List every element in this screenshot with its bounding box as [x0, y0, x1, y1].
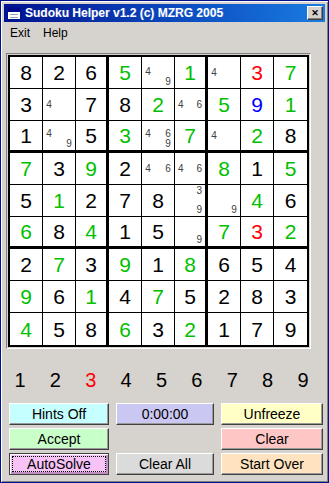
cell-r9c5[interactable]: 3	[142, 313, 175, 345]
cell-value: 6	[10, 217, 42, 246]
cell-r1c2[interactable]: 2	[43, 57, 76, 89]
cell-value: 7	[274, 57, 307, 88]
cell-value: 5	[241, 249, 273, 280]
titlebar: Sudoku Helper v1.2 (c) MZRG 2005 ✕	[4, 4, 325, 22]
cell-value: 6	[109, 313, 141, 345]
cell-r7c7[interactable]: 6	[208, 249, 241, 281]
cell-r4c3[interactable]: 9	[76, 153, 109, 185]
cell-value: 2	[76, 185, 106, 216]
cell-r4c8[interactable]: 1	[241, 153, 274, 185]
digit-selector-2[interactable]: 2	[44, 369, 66, 392]
cell-value: 1	[109, 217, 141, 246]
cell-r8c1[interactable]: 9	[10, 281, 43, 313]
cell-r1c6[interactable]: 1	[175, 57, 208, 89]
cell-r7c5[interactable]: 1	[142, 249, 175, 281]
cell-r8c7[interactable]: 2	[208, 281, 241, 313]
cell-value: 3	[241, 217, 273, 246]
cell-r2c1[interactable]: 3	[10, 89, 43, 121]
cell-r3c9[interactable]: 8	[274, 121, 307, 153]
menu-item-help[interactable]: Help	[38, 24, 76, 42]
autosolve-button[interactable]: AutoSolve	[9, 453, 109, 475]
cell-value: 7	[241, 313, 273, 345]
pencil-mark-4: 4	[143, 164, 153, 174]
start-over-button[interactable]: Start Over	[221, 453, 323, 475]
cell-value: 1	[208, 313, 240, 345]
cell-value: 5	[109, 57, 141, 88]
cell-r9c3[interactable]: 8	[76, 313, 109, 345]
cell-value: 2	[175, 313, 205, 345]
cell-r4c5[interactable]: 46	[142, 153, 175, 185]
cell-value: 5	[142, 217, 174, 246]
cell-value: 8	[208, 153, 240, 184]
cell-r5c4[interactable]: 7	[109, 185, 142, 217]
digit-selector-9[interactable]: 9	[292, 369, 314, 392]
pencil-mark-4: 4	[176, 100, 185, 110]
cell-r9c8[interactable]: 7	[241, 313, 274, 345]
pencil-mark-3: 3	[195, 186, 204, 196]
cell-value: 1	[43, 185, 75, 216]
cell-r2c4[interactable]: 8	[109, 89, 142, 121]
cell-value: 2	[10, 249, 42, 280]
cell-r2c2[interactable]: 4	[43, 89, 76, 121]
cell-value: 5	[76, 121, 106, 150]
menu-bar: Exit Help	[5, 23, 324, 42]
clear-button[interactable]: Clear	[221, 428, 323, 450]
cell-value: 7	[142, 281, 174, 312]
pencil-marks: 49	[44, 122, 74, 149]
cell-r3c6[interactable]: 7	[175, 121, 208, 153]
cell-value: 1	[76, 281, 106, 312]
cell-value: 8	[142, 185, 174, 216]
cell-r7c6[interactable]: 8	[175, 249, 208, 281]
cell-r7c3[interactable]: 3	[76, 249, 109, 281]
board-panel: 8265491437347824659114953469742873924646…	[6, 53, 311, 349]
pencil-marks: 46	[176, 90, 204, 119]
cell-r7c9[interactable]: 4	[274, 249, 307, 281]
cell-value: 9	[10, 281, 42, 312]
cell-value: 5	[208, 89, 240, 120]
cell-r3c8[interactable]: 2	[241, 121, 274, 153]
cell-value: 6	[274, 185, 307, 216]
cell-r2c9[interactable]: 1	[274, 89, 307, 121]
pencil-marks: 9	[209, 186, 239, 215]
cell-value: 3	[109, 121, 141, 150]
cell-value: 8	[76, 313, 106, 345]
cell-r7c8[interactable]: 5	[241, 249, 274, 281]
cell-value: 5	[175, 281, 205, 312]
cell-r4c7[interactable]: 8	[208, 153, 241, 185]
cell-r5c6[interactable]: 39	[175, 185, 208, 217]
cell-r8c9[interactable]: 3	[274, 281, 307, 313]
cell-value: 3	[43, 153, 75, 184]
cell-r7c4[interactable]: 9	[109, 249, 142, 281]
clear-all-button[interactable]: Clear All	[116, 453, 214, 475]
cell-r4c1[interactable]: 7	[10, 153, 43, 185]
cell-r6c9[interactable]: 2	[274, 217, 307, 249]
pencil-mark-6: 6	[195, 164, 204, 174]
cell-value: 5	[43, 313, 75, 345]
cell-value: 4	[241, 185, 273, 216]
cell-value: 4	[109, 281, 141, 312]
cell-r2c7[interactable]: 5	[208, 89, 241, 121]
cell-r1c1[interactable]: 8	[10, 57, 43, 89]
cell-value: 4	[10, 313, 42, 345]
digit-selector-5[interactable]: 5	[151, 369, 173, 392]
cell-value: 9	[76, 153, 106, 184]
pencil-mark-4: 4	[143, 67, 153, 77]
cell-value: 8	[10, 57, 42, 88]
cell-value: 2	[109, 153, 141, 184]
cell-r6c4[interactable]: 1	[109, 217, 142, 249]
pencil-marks: 4	[209, 58, 239, 87]
accept-button[interactable]: Accept	[9, 428, 109, 450]
cell-r1c7[interactable]: 4	[208, 57, 241, 89]
cell-r6c3[interactable]: 4	[76, 217, 109, 249]
cell-value: 1	[142, 249, 174, 280]
cell-r5c1[interactable]: 5	[10, 185, 43, 217]
pencil-mark-6: 6	[195, 100, 204, 110]
cell-r6c8[interactable]: 3	[241, 217, 274, 249]
cell-r5c7[interactable]: 9	[208, 185, 241, 217]
pencil-mark-4: 4	[209, 68, 219, 78]
cell-r3c1[interactable]: 1	[10, 121, 43, 153]
menu-item-exit[interactable]: Exit	[5, 24, 38, 42]
cell-r3c7[interactable]: 4	[208, 121, 241, 153]
pencil-mark-4: 4	[44, 129, 54, 139]
close-button[interactable]: ✕	[307, 6, 323, 20]
cell-value: 3	[241, 57, 273, 88]
cell-r1c5[interactable]: 49	[142, 57, 175, 89]
cell-r8c8[interactable]: 8	[241, 281, 274, 313]
cell-r8c2[interactable]: 6	[43, 281, 76, 313]
pencil-mark-9: 9	[64, 139, 74, 149]
pencil-marks: 39	[176, 186, 204, 215]
pencil-marks: 4	[209, 122, 239, 149]
cell-r2c8[interactable]: 9	[241, 89, 274, 121]
cell-value: 8	[175, 249, 205, 280]
cell-r9c2[interactable]: 5	[43, 313, 76, 345]
cell-value: 6	[208, 249, 240, 280]
cell-value: 7	[109, 185, 141, 216]
cell-value: 3	[10, 89, 42, 120]
cell-r3c3[interactable]: 5	[76, 121, 109, 153]
cell-value: 6	[43, 281, 75, 312]
button-panel: Hints Off 0:00:00 Unfreeze Accept Clear …	[9, 403, 323, 475]
pencil-mark-4: 4	[176, 164, 185, 174]
cell-r6c7[interactable]: 7	[208, 217, 241, 249]
pencil-mark-4: 4	[209, 131, 219, 141]
digit-selector-4[interactable]: 4	[115, 369, 137, 392]
cell-value: 2	[241, 121, 273, 150]
cell-r7c2[interactable]: 7	[43, 249, 76, 281]
digit-selector-3[interactable]: 3	[80, 369, 102, 392]
cell-value: 1	[10, 121, 42, 150]
cell-r8c6[interactable]: 5	[175, 281, 208, 313]
cell-value: 5	[10, 185, 42, 216]
cell-value: 3	[76, 249, 106, 280]
cell-r5c3[interactable]: 2	[76, 185, 109, 217]
cell-value: 2	[208, 281, 240, 312]
cell-r1c3[interactable]: 6	[76, 57, 109, 89]
pencil-mark-9: 9	[195, 235, 204, 245]
cell-value: 8	[109, 89, 141, 120]
cell-value: 2	[274, 217, 307, 246]
cell-value: 2	[142, 89, 174, 120]
timer-display: 0:00:00	[116, 403, 214, 425]
cell-r5c2[interactable]: 1	[43, 185, 76, 217]
pencil-marks: 4	[44, 90, 74, 119]
cell-value: 9	[109, 249, 141, 280]
pencil-marks: 46	[176, 154, 204, 183]
cell-r8c5[interactable]: 7	[142, 281, 175, 313]
cell-value: 1	[175, 57, 205, 88]
cell-r5c9[interactable]: 6	[274, 185, 307, 217]
cell-value: 8	[43, 217, 75, 246]
cell-value: 7	[208, 217, 240, 246]
cell-value: 4	[76, 217, 106, 246]
cell-r9c9[interactable]: 9	[274, 313, 307, 345]
cell-value: 2	[43, 57, 75, 88]
cell-r7c1[interactable]: 2	[10, 249, 43, 281]
pencil-mark-6: 6	[163, 164, 173, 174]
digit-selector-1[interactable]: 1	[9, 369, 31, 392]
cell-r4c9[interactable]: 5	[274, 153, 307, 185]
cell-value: 3	[142, 313, 174, 345]
cell-r9c7[interactable]: 1	[208, 313, 241, 345]
pencil-marks: 46	[143, 154, 173, 183]
app-icon	[7, 7, 21, 20]
cell-r9c1[interactable]: 4	[10, 313, 43, 345]
cell-r1c9[interactable]: 7	[274, 57, 307, 89]
digit-selector-7[interactable]: 7	[221, 369, 243, 392]
pencil-marks: 49	[143, 58, 173, 87]
cell-r3c5[interactable]: 469	[142, 121, 175, 153]
cell-r6c5[interactable]: 5	[142, 217, 175, 249]
pencil-mark-9: 9	[163, 139, 173, 149]
cell-value: 7	[10, 153, 42, 184]
cell-value: 7	[76, 89, 106, 120]
cell-value: 4	[274, 249, 307, 280]
cell-r3c4[interactable]: 3	[109, 121, 142, 153]
cell-r4c6[interactable]: 46	[175, 153, 208, 185]
unfreeze-button[interactable]: Unfreeze	[221, 403, 323, 425]
cell-value: 3	[274, 281, 307, 312]
cell-value: 8	[274, 121, 307, 150]
cell-r8c3[interactable]: 1	[76, 281, 109, 313]
cell-r1c4[interactable]: 5	[109, 57, 142, 89]
pencil-mark-9: 9	[195, 205, 204, 215]
cell-r4c2[interactable]: 3	[43, 153, 76, 185]
cell-value: 8	[241, 281, 273, 312]
cell-r2c3[interactable]: 7	[76, 89, 109, 121]
cell-r4c4[interactable]: 2	[109, 153, 142, 185]
cell-r6c6[interactable]: 9	[175, 217, 208, 249]
cell-value: 1	[274, 89, 307, 120]
cell-value: 7	[175, 121, 205, 150]
cell-r2c6[interactable]: 46	[175, 89, 208, 121]
pencil-mark-9: 9	[163, 77, 173, 87]
cell-r6c1[interactable]: 6	[10, 217, 43, 249]
pencil-mark-9: 9	[229, 205, 239, 215]
pencil-mark-4: 4	[143, 129, 153, 139]
cell-value: 7	[43, 249, 75, 280]
cell-value: 5	[274, 153, 307, 184]
cell-value: 9	[241, 89, 273, 120]
cell-r9c6[interactable]: 2	[175, 313, 208, 345]
cell-value: 6	[76, 57, 106, 88]
cell-r8c4[interactable]: 4	[109, 281, 142, 313]
pencil-marks: 469	[143, 122, 173, 149]
sudoku-grid: 8265491437347824659114953469742873924646…	[8, 55, 309, 347]
hints-off-button[interactable]: Hints Off	[9, 403, 109, 425]
cell-value: 1	[241, 153, 273, 184]
cell-r6c2[interactable]: 8	[43, 217, 76, 249]
app-window: Sudoku Helper v1.2 (c) MZRG 2005 ✕ Exit …	[0, 0, 329, 483]
pencil-mark-4: 4	[44, 100, 54, 110]
digit-selector-8[interactable]: 8	[257, 369, 279, 392]
cell-r5c8[interactable]: 4	[241, 185, 274, 217]
button-spacer	[116, 428, 214, 450]
cell-r2c5[interactable]: 2	[142, 89, 175, 121]
digit-row: 123456789	[9, 369, 314, 392]
cell-r9c4[interactable]: 6	[109, 313, 142, 345]
window-title: Sudoku Helper v1.2 (c) MZRG 2005	[25, 6, 307, 20]
digit-selector-6[interactable]: 6	[186, 369, 208, 392]
cell-r1c8[interactable]: 3	[241, 57, 274, 89]
close-icon: ✕	[311, 9, 319, 18]
cell-r3c2[interactable]: 49	[43, 121, 76, 153]
cell-value: 9	[274, 313, 307, 345]
pencil-marks: 9	[176, 218, 204, 245]
cell-r5c5[interactable]: 8	[142, 185, 175, 217]
